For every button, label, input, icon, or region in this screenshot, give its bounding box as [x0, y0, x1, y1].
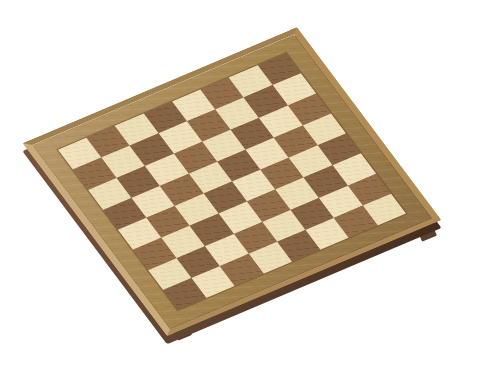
board-grid: [58, 53, 406, 310]
product-photo-page: { "game": "chess", "position": "8/8/8/8/…: [0, 0, 480, 376]
chess-board: [22, 27, 441, 336]
board-photo-scene: [0, 0, 480, 376]
